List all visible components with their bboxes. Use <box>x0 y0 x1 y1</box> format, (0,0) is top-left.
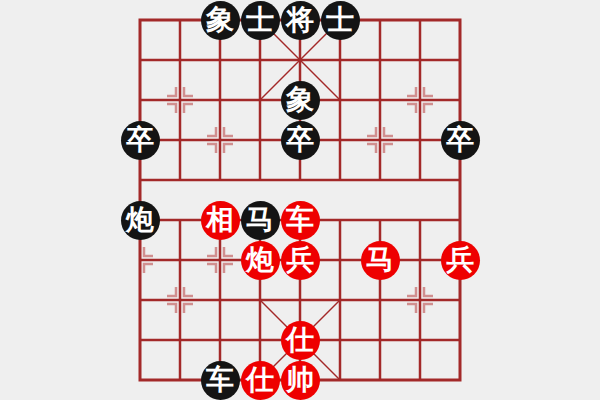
xiangqi-app: 象士将士象卒卒卒炮相马车炮兵马兵仕车仕帅 <box>0 0 600 400</box>
piece-red-advisor[interactable]: 仕 <box>241 361 280 400</box>
piece-red-soldier[interactable]: 兵 <box>281 241 320 280</box>
piece-black-advisor[interactable]: 士 <box>321 1 360 40</box>
piece-black-elephant[interactable]: 象 <box>201 1 240 40</box>
piece-black-soldier[interactable]: 卒 <box>121 121 160 160</box>
piece-red-advisor[interactable]: 仕 <box>281 321 320 360</box>
piece-red-horse[interactable]: 马 <box>361 241 400 280</box>
piece-red-general[interactable]: 帅 <box>281 361 320 400</box>
piece-black-elephant[interactable]: 象 <box>281 81 320 120</box>
piece-black-cannon[interactable]: 炮 <box>121 201 160 240</box>
piece-black-chariot[interactable]: 车 <box>201 361 240 400</box>
piece-red-soldier[interactable]: 兵 <box>441 241 480 280</box>
xiangqi-board: 象士将士象卒卒卒炮相马车炮兵马兵仕车仕帅 <box>120 0 480 400</box>
piece-black-soldier[interactable]: 卒 <box>441 121 480 160</box>
piece-red-chariot[interactable]: 车 <box>281 201 320 240</box>
piece-black-horse[interactable]: 马 <box>241 201 280 240</box>
piece-black-general[interactable]: 将 <box>281 1 320 40</box>
piece-red-elephant[interactable]: 相 <box>201 201 240 240</box>
piece-black-advisor[interactable]: 士 <box>241 1 280 40</box>
piece-black-soldier[interactable]: 卒 <box>281 121 320 160</box>
piece-red-cannon[interactable]: 炮 <box>241 241 280 280</box>
